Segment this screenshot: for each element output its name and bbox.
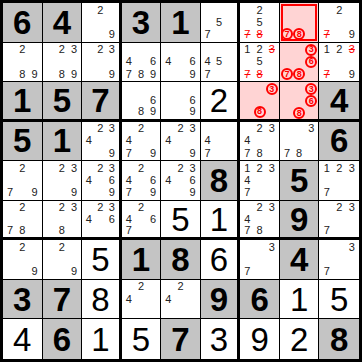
candidate-2: 2	[257, 44, 263, 55]
cell-r2c8[interactable]: 3678	[280, 43, 320, 83]
candidate-pos-8	[254, 266, 266, 278]
candidate-7-eliminated: 7	[244, 69, 250, 80]
candidate-pos-1: 1	[241, 44, 253, 56]
candidate-4: 4	[86, 135, 92, 146]
candidate-pos-1: 1	[320, 44, 333, 56]
candidate-pos-5	[174, 135, 186, 147]
candidate-pos-9: 9	[28, 68, 40, 80]
cell-value: 1	[290, 283, 308, 316]
candidate-pos-8	[174, 68, 186, 80]
candidate-2: 2	[59, 242, 65, 253]
candidate-pos-4	[320, 56, 333, 68]
cell-r4c1[interactable]: 5	[3, 122, 43, 162]
cell-r3c9[interactable]: 4	[319, 82, 359, 122]
candidate-pos-9: 9	[106, 147, 118, 159]
candidate-pos-3: 3	[305, 44, 317, 56]
candidate-grid: 368	[280, 82, 319, 119]
cell-r4c9[interactable]: 6	[319, 122, 359, 162]
cell-value: 3	[13, 283, 31, 316]
candidate-8-circled: 8	[254, 106, 266, 118]
cell-r3c2[interactable]: 5	[43, 82, 83, 122]
candidate-7: 7	[324, 187, 330, 198]
candidate-pos-4	[241, 16, 253, 28]
cell-r8c5[interactable]: 24	[161, 280, 201, 320]
candidate-7: 7	[204, 148, 210, 159]
candidate-pos-5: 5	[213, 56, 225, 68]
candidate-3: 3	[190, 163, 196, 174]
cell-r5c3[interactable]: 23469	[82, 161, 122, 201]
candidate-pos-5	[293, 16, 305, 28]
candidate-pos-8	[333, 266, 346, 278]
cell-r3c3[interactable]: 7	[82, 82, 122, 122]
cell-r9c1[interactable]: 4	[3, 319, 43, 359]
cell-r2c2[interactable]: 2389	[43, 43, 83, 83]
candidate-pos-3	[147, 44, 159, 56]
cell-r9c7[interactable]: 9	[240, 319, 280, 359]
candidate-pos-4	[44, 254, 56, 266]
candidate-grid: 457	[201, 43, 238, 82]
cell-r8c7[interactable]: 6	[240, 280, 280, 320]
candidate-pos-2: 2	[95, 202, 107, 214]
cell-r2c6[interactable]: 457	[201, 43, 241, 83]
candidate-pos-6	[68, 56, 80, 68]
cell-r6c6[interactable]: 1	[201, 201, 241, 241]
candidate-pos-8: 8	[16, 225, 28, 237]
candidate-7: 7	[324, 225, 330, 236]
candidate-pos-3: 3	[305, 123, 317, 135]
candidate-8-circled: 8	[293, 68, 305, 80]
candidate-pos-9: 9	[28, 187, 40, 199]
cell-r1c2[interactable]: 4	[43, 3, 83, 43]
candidate-pos-5	[135, 293, 147, 305]
candidate-pos-6	[266, 95, 278, 106]
candidate-pos-7: 7	[320, 28, 333, 40]
candidate-pos-7: 7	[281, 68, 293, 80]
candidate-pos-7: 7	[241, 266, 253, 278]
candidate-grid: 2389	[43, 43, 82, 82]
candidate-grid: 237	[319, 201, 359, 238]
candidate-pos-2	[174, 44, 186, 56]
cell-r2c4[interactable]: 46789	[122, 43, 162, 83]
candidate-pos-6	[106, 16, 118, 28]
cell-r8c6[interactable]: 9	[201, 280, 241, 320]
candidate-pos-2	[293, 4, 305, 16]
candidate-pos-1	[44, 162, 56, 174]
candidate-pos-3	[345, 4, 358, 16]
candidate-pos-9	[305, 28, 317, 40]
candidate-pos-6	[187, 135, 199, 147]
candidate-pos-2	[135, 83, 147, 95]
candidate-pos-7	[44, 225, 56, 237]
candidate-3: 3	[109, 123, 115, 134]
cell-r5c4[interactable]: 24679	[122, 161, 162, 201]
cell-r5c1[interactable]: 279	[3, 161, 43, 201]
cell-r2c7[interactable]: 123578	[240, 43, 280, 83]
candidate-grid: 37	[319, 240, 359, 279]
candidate-pos-1	[44, 202, 56, 214]
cell-value: 5	[13, 124, 31, 157]
candidate-2: 2	[97, 44, 103, 55]
cell-r5c2[interactable]: 239	[43, 161, 83, 201]
candidate-pos-8: 8	[254, 147, 266, 159]
candidate-pos-3: 3	[305, 83, 317, 95]
candidate-pos-8: 8	[293, 147, 305, 159]
cell-r7c7[interactable]: 37	[240, 240, 280, 280]
candidate-pos-6: 6	[187, 174, 199, 186]
cell-value: 5	[171, 203, 189, 236]
cell-r1c7[interactable]: 2578	[240, 3, 280, 43]
cell-r7c5[interactable]: 8	[161, 240, 201, 280]
candidate-3-circled: 3	[266, 83, 278, 95]
cell-r3c1[interactable]: 1	[3, 82, 43, 122]
cell-r7c3[interactable]: 5	[82, 240, 122, 280]
candidate-pos-6	[345, 254, 358, 266]
cell-r5c6[interactable]: 8	[201, 161, 241, 201]
candidate-6-circled: 6	[305, 56, 317, 68]
candidate-pos-4: 4	[123, 135, 135, 147]
candidate-pos-5	[95, 135, 107, 147]
cell-r7c8[interactable]: 4	[280, 240, 320, 280]
candidate-3: 3	[349, 163, 355, 174]
candidate-pos-6	[225, 16, 237, 28]
candidate-4: 4	[126, 175, 132, 186]
candidate-7: 7	[126, 187, 132, 198]
candidate-pos-7: 7	[241, 187, 253, 199]
candidate-pos-9: 9	[147, 106, 159, 118]
candidate-grid: 69	[161, 82, 200, 119]
candidate-pos-8: 8	[254, 28, 266, 40]
candidate-pos-5	[254, 254, 266, 266]
candidate-4: 4	[86, 175, 92, 186]
candidate-pos-5	[174, 56, 186, 68]
candidate-pos-7	[162, 68, 174, 80]
cell-r9c6[interactable]: 3	[201, 319, 241, 359]
cell-r7c2[interactable]: 29	[43, 240, 83, 280]
cell-value: 8	[210, 164, 228, 197]
candidate-2: 2	[177, 163, 183, 174]
cell-r9c4[interactable]: 5	[122, 319, 162, 359]
candidate-pos-1	[4, 162, 16, 174]
cell-r4c8[interactable]: 378	[280, 122, 320, 162]
candidate-pos-9	[305, 68, 317, 80]
candidate-7: 7	[204, 29, 210, 40]
cell-r9c8[interactable]: 2	[280, 319, 320, 359]
cell-r5c7[interactable]: 12347	[240, 161, 280, 201]
candidate-pos-6: 6	[106, 174, 118, 186]
cell-r6c4[interactable]: 2467	[122, 201, 162, 241]
candidate-6: 6	[150, 175, 156, 186]
candidate-pos-2	[333, 241, 346, 253]
cell-r6c1[interactable]: 278	[3, 201, 43, 241]
candidate-pos-3: 3	[345, 202, 358, 214]
candidate-pos-6	[147, 293, 159, 305]
candidate-pos-9: 9	[187, 147, 199, 159]
candidate-4: 4	[165, 294, 171, 305]
candidate-pos-2: 2	[16, 202, 28, 214]
candidate-pos-5	[16, 56, 28, 68]
cell-r1c9[interactable]: 279	[319, 3, 359, 43]
candidate-pos-9	[266, 68, 278, 80]
candidate-pos-7	[83, 68, 95, 80]
candidate-7: 7	[204, 69, 210, 80]
candidate-2: 2	[59, 44, 65, 55]
cell-r3c5[interactable]: 69	[161, 82, 201, 122]
candidate-pos-5	[56, 254, 68, 266]
candidate-2: 2	[257, 123, 263, 134]
candidate-pos-7	[44, 266, 56, 278]
candidate-pos-7: 7	[281, 147, 293, 159]
candidate-7: 7	[126, 69, 132, 80]
cell-r4c7[interactable]: 23478	[240, 122, 280, 162]
candidate-pos-8	[95, 225, 107, 237]
candidate-grid: 2346	[82, 201, 119, 238]
candidate-pos-4	[83, 16, 95, 28]
cell-r7c4[interactable]: 1	[122, 240, 162, 280]
candidate-6: 6	[150, 214, 156, 225]
candidate-4: 4	[126, 56, 132, 67]
candidate-pos-2	[254, 241, 266, 253]
candidate-pos-6: 6	[147, 213, 159, 225]
candidate-3-eliminated: 3	[269, 44, 275, 55]
candidate-4: 4	[126, 135, 132, 146]
candidate-pos-7: 7	[320, 68, 333, 80]
cell-r9c3[interactable]: 1	[82, 319, 122, 359]
cell-value: 6	[250, 283, 268, 316]
candidate-9: 9	[190, 148, 196, 159]
candidate-7-circled: 7	[281, 68, 293, 80]
cell-r8c1[interactable]: 3	[3, 280, 43, 320]
candidate-7: 7	[7, 187, 13, 198]
cell-r5c5[interactable]: 23469	[161, 161, 201, 201]
candidate-pos-6	[266, 16, 278, 28]
candidate-pos-7: 7	[202, 68, 214, 80]
candidate-pos-4	[241, 56, 253, 68]
candidate-pos-4	[320, 174, 333, 186]
candidate-pos-6	[345, 56, 358, 68]
cell-r1c6[interactable]: 57	[201, 3, 241, 43]
candidate-9: 9	[71, 266, 77, 277]
cell-r6c2[interactable]: 238	[43, 201, 83, 241]
candidate-pos-4	[83, 56, 95, 68]
candidate-pos-5	[293, 95, 305, 107]
candidate-1: 1	[324, 163, 330, 174]
cell-r3c6[interactable]: 2	[201, 82, 241, 122]
candidate-pos-8: 8	[254, 68, 266, 80]
cell-r8c2[interactable]: 7	[43, 280, 83, 320]
candidate-pos-9	[345, 266, 358, 278]
candidate-4: 4	[165, 175, 171, 186]
candidate-pos-3: 3	[266, 83, 278, 95]
candidate-pos-4: 4	[83, 213, 95, 225]
candidate-pos-9	[147, 225, 159, 237]
candidate-pos-6	[305, 16, 317, 28]
cell-r8c3[interactable]: 8	[82, 280, 122, 320]
candidate-pos-1	[123, 281, 135, 293]
candidate-pos-8: 8	[16, 68, 28, 80]
candidate-pos-2: 2	[254, 4, 266, 16]
candidate-6: 6	[190, 56, 196, 67]
candidate-7: 7	[244, 266, 250, 277]
cell-r1c1[interactable]: 6	[3, 3, 43, 43]
cell-r9c2[interactable]: 6	[43, 319, 83, 359]
candidate-2: 2	[336, 163, 342, 174]
candidate-9: 9	[109, 187, 115, 198]
candidate-4: 4	[204, 135, 210, 146]
candidate-9: 9	[190, 106, 196, 117]
candidate-pos-1	[241, 83, 253, 95]
candidate-3-circled: 3	[305, 83, 317, 95]
candidate-pos-5	[95, 16, 107, 28]
cell-r7c9[interactable]: 37	[319, 240, 359, 280]
candidate-pos-7: 7	[241, 28, 253, 40]
candidate-pos-3: 3	[345, 44, 358, 56]
candidate-pos-5	[333, 213, 346, 225]
cell-r8c4[interactable]: 24	[122, 280, 162, 320]
candidate-pos-7	[83, 147, 95, 159]
candidate-pos-8: 8	[56, 68, 68, 80]
candidate-pos-7: 7	[241, 225, 253, 237]
candidate-pos-3	[187, 83, 199, 95]
cell-r3c8[interactable]: 368	[280, 82, 320, 122]
candidate-pos-6	[106, 135, 118, 147]
candidate-pos-8	[95, 68, 107, 80]
candidate-pos-2: 2	[174, 281, 186, 293]
candidate-pos-3: 3	[187, 162, 199, 174]
candidate-pos-3: 3	[68, 44, 80, 56]
candidate-pos-8	[174, 147, 186, 159]
candidate-pos-7: 7	[281, 28, 293, 40]
cell-r9c5[interactable]: 7	[161, 319, 201, 359]
cell-r2c5[interactable]: 469	[161, 43, 201, 83]
candidate-grid: 38	[240, 82, 279, 119]
candidate-pos-1	[162, 83, 174, 95]
cell-value: 8	[91, 283, 109, 316]
candidate-pos-5	[135, 213, 147, 225]
candidate-pos-5	[293, 56, 305, 68]
cell-r4c3[interactable]: 2349	[82, 122, 122, 162]
candidate-pos-3	[305, 4, 317, 16]
candidate-6: 6	[150, 56, 156, 67]
cell-r6c9[interactable]: 237	[319, 201, 359, 241]
candidate-grid: 29	[82, 3, 119, 42]
candidate-pos-9	[305, 147, 317, 159]
candidate-grid: 12347	[240, 161, 279, 200]
candidate-pos-1	[83, 162, 95, 174]
candidate-2: 2	[138, 123, 144, 134]
cell-r7c6[interactable]: 6	[201, 240, 241, 280]
cell-r4c5[interactable]: 2349	[161, 122, 201, 162]
candidate-2: 2	[97, 163, 103, 174]
candidate-pos-2: 2	[16, 44, 28, 56]
candidate-9: 9	[109, 69, 115, 80]
candidate-pos-3: 3	[266, 44, 278, 56]
cell-r3c4[interactable]: 689	[122, 82, 162, 122]
candidate-2: 2	[257, 202, 263, 213]
candidate-pos-8: 8	[254, 106, 266, 118]
candidate-pos-8	[333, 68, 346, 80]
cell-value: 8	[171, 243, 189, 276]
cell-r7c1[interactable]: 29	[3, 240, 43, 280]
candidate-pos-7: 7	[241, 147, 253, 159]
candidate-8: 8	[138, 69, 144, 80]
candidate-grid: 2467	[122, 201, 161, 238]
cell-r1c8[interactable]: 78	[280, 3, 320, 43]
candidate-pos-3: 3	[345, 241, 358, 253]
cell-value: 5	[330, 283, 348, 316]
candidate-pos-4	[4, 254, 16, 266]
candidate-pos-3: 3	[266, 241, 278, 253]
cell-r2c3[interactable]: 239	[82, 43, 122, 83]
candidate-pos-3: 3	[106, 44, 118, 56]
cell-r2c9[interactable]: 12379	[319, 43, 359, 83]
candidate-pos-3	[147, 123, 159, 135]
candidate-3: 3	[349, 202, 355, 213]
cell-r1c5[interactable]: 1	[161, 3, 201, 43]
cell-r4c4[interactable]: 2479	[122, 122, 162, 162]
cell-r6c7[interactable]: 23478	[240, 201, 280, 241]
candidate-pos-8	[95, 187, 107, 199]
candidate-9: 9	[31, 266, 37, 277]
cell-r6c5[interactable]: 5	[161, 201, 201, 241]
cell-value: 1	[53, 124, 71, 157]
candidate-pos-1	[123, 83, 135, 95]
cell-r5c8[interactable]: 5	[280, 161, 320, 201]
candidate-pos-1	[162, 44, 174, 56]
cell-r1c4[interactable]: 3	[122, 3, 162, 43]
candidate-pos-1: 1	[320, 162, 333, 174]
candidate-8: 8	[257, 225, 263, 236]
candidate-pos-8: 8	[293, 107, 305, 119]
cell-r4c6[interactable]: 47	[201, 122, 241, 162]
candidate-pos-9	[225, 147, 237, 159]
cell-r8c8[interactable]: 1	[280, 280, 320, 320]
candidate-pos-6	[345, 174, 358, 186]
candidate-pos-3: 3	[266, 202, 278, 214]
cell-r6c3[interactable]: 2346	[82, 201, 122, 241]
candidate-7: 7	[244, 148, 250, 159]
candidate-pos-1	[241, 4, 253, 16]
cell-r1c3[interactable]: 29	[82, 3, 122, 43]
candidate-2: 2	[177, 123, 183, 134]
candidate-9: 9	[71, 187, 77, 198]
candidate-3: 3	[71, 163, 77, 174]
cell-r9c9[interactable]: 8	[319, 319, 359, 359]
candidate-pos-9: 9	[147, 147, 159, 159]
cell-r3c7[interactable]: 38	[240, 82, 280, 122]
candidate-pos-1	[123, 44, 135, 56]
candidate-8: 8	[59, 225, 65, 236]
candidate-pos-4	[281, 135, 293, 147]
cell-r8c9[interactable]: 5	[319, 280, 359, 320]
candidate-pos-5	[254, 135, 266, 147]
candidate-pos-9: 9	[106, 28, 118, 40]
candidate-pos-6: 6	[305, 56, 317, 68]
candidate-3: 3	[269, 242, 275, 253]
cell-value: 5	[53, 84, 71, 117]
cell-r4c2[interactable]: 1	[43, 122, 83, 162]
candidate-pos-4: 4	[202, 135, 214, 147]
candidate-9: 9	[109, 29, 115, 40]
cell-r5c9[interactable]: 1237	[319, 161, 359, 201]
candidate-pos-3	[225, 123, 237, 135]
candidate-5: 5	[257, 17, 263, 28]
candidate-pos-4	[44, 56, 56, 68]
cell-r6c8[interactable]: 9	[280, 201, 320, 241]
candidate-pos-9: 9	[187, 187, 199, 199]
candidate-pos-5: 5	[254, 16, 266, 28]
cell-r2c1[interactable]: 289	[3, 43, 43, 83]
candidate-4: 4	[86, 214, 92, 225]
